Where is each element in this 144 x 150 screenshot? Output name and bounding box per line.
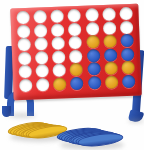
hole-empty-r4c2 [35, 51, 48, 64]
product-photo [0, 0, 144, 150]
hole-empty-r4c3 [52, 50, 65, 63]
disc-yellow-r6c6 [105, 75, 118, 88]
left-foot-shadow [8, 113, 36, 118]
hole-empty-r2c6 [103, 21, 116, 34]
hole-empty-r4c1 [18, 51, 31, 64]
hole-empty-r3c1 [18, 38, 31, 51]
hole-empty-r1c2 [34, 10, 47, 23]
disc-yellow-r3c5 [86, 35, 99, 48]
disc-yellow-r5c4 [70, 63, 83, 76]
hole-empty-r2c7 [120, 21, 133, 34]
hole-empty-r1c3 [51, 10, 64, 23]
disc-yellow-r5c7 [121, 61, 134, 74]
hole-empty-r2c1 [17, 24, 30, 37]
hole-empty-r1c6 [102, 8, 115, 21]
disc-blue-r6c4 [70, 76, 83, 89]
hole-empty-r3c4 [69, 36, 82, 49]
hole-empty-r4c4 [69, 50, 82, 63]
hole-empty-r2c2 [34, 24, 47, 37]
disc-blue-r5c5 [87, 62, 100, 75]
hole-empty-r3c3 [52, 37, 65, 50]
disc-blue-r3c7 [120, 34, 133, 47]
hole-empty-r1c5 [85, 8, 98, 21]
disc-blue-r4c6 [104, 48, 117, 61]
hole-empty-r1c7 [119, 7, 132, 20]
hole-empty-r3c2 [35, 37, 48, 50]
hole-empty-r5c2 [36, 64, 49, 77]
hole-empty-r2c5 [85, 22, 98, 35]
hole-empty-r2c4 [68, 23, 81, 36]
hole-empty-r6c1 [19, 78, 32, 91]
hole-empty-r1c1 [16, 11, 29, 24]
board-grid [14, 7, 137, 93]
hole-empty-r5c1 [19, 65, 32, 78]
hole-empty-r6c2 [36, 78, 49, 91]
disc-yellow-r3c6 [103, 35, 116, 48]
hole-empty-r5c3 [53, 64, 66, 77]
disc-yellow-r5c6 [104, 62, 117, 75]
disc-blue-r4c5 [87, 49, 100, 62]
right-foot-shadow [128, 119, 144, 123]
hole-empty-r1c4 [68, 9, 81, 22]
hole-empty-r2c3 [51, 23, 64, 36]
connect-four-board [10, 4, 141, 101]
disc-blue-r6c7 [122, 75, 135, 88]
disc-blue-r4c7 [121, 48, 134, 61]
disc-blue-r6c5 [88, 76, 101, 89]
disc-yellow-r6c3 [53, 77, 66, 90]
